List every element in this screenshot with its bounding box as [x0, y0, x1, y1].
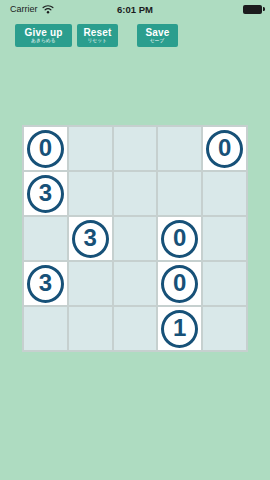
clue-cell[interactable]: 1	[158, 307, 201, 350]
clue-circle: 0	[206, 130, 243, 168]
clock: 6:01 PM	[0, 0, 270, 18]
empty-cell[interactable]	[158, 172, 201, 215]
clue-circle: 0	[161, 265, 198, 303]
empty-cell[interactable]	[203, 307, 246, 350]
empty-cell[interactable]	[158, 127, 201, 170]
reset-sublabel: リセット	[88, 38, 108, 44]
empty-cell[interactable]	[69, 172, 112, 215]
clue-circle: 3	[27, 175, 64, 213]
clue-circle: 3	[72, 220, 109, 258]
empty-cell[interactable]	[114, 217, 157, 260]
save-sublabel: セーブ	[150, 38, 165, 44]
give-up-button[interactable]: Give up あきらめる	[15, 24, 72, 47]
empty-cell[interactable]	[69, 307, 112, 350]
empty-cell[interactable]	[114, 262, 157, 305]
empty-cell[interactable]	[69, 262, 112, 305]
clue-cell[interactable]: 0	[24, 127, 67, 170]
status-bar: Carrier 6:01 PM	[0, 0, 270, 18]
give-up-label: Give up	[24, 27, 62, 38]
clue-cell[interactable]: 3	[24, 172, 67, 215]
empty-cell[interactable]	[114, 127, 157, 170]
clue-circle: 3	[27, 265, 64, 303]
empty-cell[interactable]	[69, 127, 112, 170]
empty-cell[interactable]	[114, 172, 157, 215]
empty-cell[interactable]	[203, 262, 246, 305]
reset-button[interactable]: Reset リセット	[77, 24, 118, 47]
battery-area	[243, 0, 262, 18]
clue-circle: 1	[161, 310, 198, 348]
give-up-sublabel: あきらめる	[31, 38, 56, 44]
toolbar: Give up あきらめる Reset リセット Save セーブ	[15, 24, 178, 47]
battery-icon	[243, 5, 262, 14]
empty-cell[interactable]	[24, 217, 67, 260]
clue-circle: 0	[27, 130, 64, 168]
clue-circle: 0	[161, 220, 198, 258]
empty-cell[interactable]	[24, 307, 67, 350]
clue-cell[interactable]: 3	[24, 262, 67, 305]
clue-cell[interactable]: 3	[69, 217, 112, 260]
clue-cell[interactable]: 0	[158, 217, 201, 260]
empty-cell[interactable]	[203, 172, 246, 215]
save-label: Save	[145, 27, 169, 38]
puzzle-board: 00330301	[22, 125, 248, 352]
clue-cell[interactable]: 0	[203, 127, 246, 170]
save-button[interactable]: Save セーブ	[137, 24, 178, 47]
empty-cell[interactable]	[203, 217, 246, 260]
empty-cell[interactable]	[114, 307, 157, 350]
reset-label: Reset	[83, 27, 111, 38]
clue-cell[interactable]: 0	[158, 262, 201, 305]
